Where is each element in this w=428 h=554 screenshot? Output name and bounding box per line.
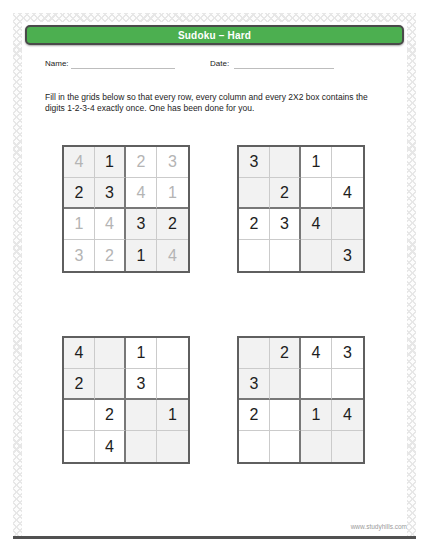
sudoku-cell-puzzle3-r2c2 xyxy=(95,369,126,400)
sudoku-cell-example-r3c1: 1 xyxy=(64,209,95,240)
worksheet-sheet-frame: Sudoku – Hard Name: Date: Fill in the gr… xyxy=(13,13,416,539)
sudoku-cell-example-r2c1: 2 xyxy=(64,178,95,209)
sudoku-cell-example-r4c4: 4 xyxy=(157,240,188,271)
name-label: Name: xyxy=(45,59,69,68)
sudoku-cell-puzzle4-r4c3 xyxy=(301,431,332,462)
sudoku-cell-puzzle2-r2c1 xyxy=(239,178,270,209)
sudoku-cell-example-r3c2: 4 xyxy=(95,209,126,240)
sudoku-cell-puzzle3-r1c2 xyxy=(95,338,126,369)
date-label: Date: xyxy=(210,59,229,68)
sudoku-cell-puzzle3-r3c3 xyxy=(126,400,157,431)
sudoku-cell-puzzle2-r4c4: 3 xyxy=(332,240,363,271)
sudoku-cell-puzzle2-r1c3: 1 xyxy=(301,147,332,178)
sudoku-cell-puzzle4-r3c1: 2 xyxy=(239,400,270,431)
instructions-line1: Fill in the grids below so that every ro… xyxy=(45,92,393,103)
sudoku-cell-example-r2c4: 1 xyxy=(157,178,188,209)
sudoku-cell-puzzle3-r1c1: 4 xyxy=(64,338,95,369)
sudoku-cell-puzzle4-r1c1 xyxy=(239,338,270,369)
sudoku-cell-puzzle3-r4c2: 4 xyxy=(95,431,126,462)
sudoku-cell-puzzle3-r4c3 xyxy=(126,431,157,462)
worksheet-page: Sudoku – Hard Name: Date: Fill in the gr… xyxy=(22,22,407,536)
sudoku-cell-example-r1c2: 1 xyxy=(95,147,126,178)
sudoku-cell-puzzle2-r4c2 xyxy=(270,240,301,271)
sudoku-cell-puzzle2-r2c2: 2 xyxy=(270,178,301,209)
sudoku-cell-puzzle2-r4c3 xyxy=(301,240,332,271)
sudoku-cell-puzzle2-r1c4 xyxy=(332,147,363,178)
sudoku-cell-puzzle3-r2c4 xyxy=(157,369,188,400)
page-title: Sudoku – Hard xyxy=(178,30,251,41)
sudoku-cell-puzzle2-r2c3 xyxy=(301,178,332,209)
sudoku-cell-puzzle3-r4c1 xyxy=(64,431,95,462)
sudoku-cell-example-r3c4: 2 xyxy=(157,209,188,240)
sudoku-cell-puzzle2-r1c1: 3 xyxy=(239,147,270,178)
sudoku-cell-puzzle2-r3c1: 2 xyxy=(239,209,270,240)
sudoku-cell-puzzle4-r1c2: 2 xyxy=(270,338,301,369)
instructions-text: Fill in the grids below so that every ro… xyxy=(45,92,393,114)
sudoku-cell-example-r1c1: 4 xyxy=(64,147,95,178)
sudoku-cell-puzzle3-r1c4 xyxy=(157,338,188,369)
sudoku-cell-example-r4c3: 1 xyxy=(126,240,157,271)
sudoku-cell-example-r4c2: 2 xyxy=(95,240,126,271)
sudoku-cell-example-r2c2: 3 xyxy=(95,178,126,209)
sudoku-cell-example-r4c1: 3 xyxy=(64,240,95,271)
sudoku-cell-puzzle3-r3c2: 2 xyxy=(95,400,126,431)
sudoku-cell-puzzle4-r3c4: 4 xyxy=(332,400,363,431)
sudoku-cell-puzzle3-r3c4: 1 xyxy=(157,400,188,431)
sudoku-cell-puzzle4-r2c2 xyxy=(270,369,301,400)
website-footer: www.studyhills.com xyxy=(351,523,407,530)
sudoku-cell-puzzle4-r1c3: 4 xyxy=(301,338,332,369)
sudoku-cell-puzzle2-r1c2 xyxy=(270,147,301,178)
sudoku-cell-puzzle4-r2c4 xyxy=(332,369,363,400)
page-bottom-bar xyxy=(13,536,416,539)
sudoku-cell-puzzle3-r4c4 xyxy=(157,431,188,462)
sudoku-cell-puzzle2-r3c3: 4 xyxy=(301,209,332,240)
title-banner: Sudoku – Hard xyxy=(25,25,404,45)
sudoku-cell-puzzle4-r3c2 xyxy=(270,400,301,431)
sudoku-grid-puzzle3: 4123214 xyxy=(62,336,190,464)
sudoku-grid-puzzle2: 31242343 xyxy=(237,145,365,273)
sudoku-cell-puzzle4-r3c3: 1 xyxy=(301,400,332,431)
sudoku-cell-puzzle4-r1c4: 3 xyxy=(332,338,363,369)
instructions-line2: digits 1-2-3-4 exactly once. One has bee… xyxy=(45,103,393,114)
sudoku-cell-puzzle2-r3c4 xyxy=(332,209,363,240)
name-blank-line xyxy=(71,58,175,69)
sudoku-cell-puzzle4-r2c3 xyxy=(301,369,332,400)
sudoku-cell-example-r1c4: 3 xyxy=(157,147,188,178)
sudoku-cell-puzzle2-r2c4: 4 xyxy=(332,178,363,209)
sudoku-grid-puzzle4: 2433214 xyxy=(237,336,365,464)
sudoku-cell-puzzle4-r4c1 xyxy=(239,431,270,462)
sudoku-cell-example-r2c3: 4 xyxy=(126,178,157,209)
sudoku-cell-puzzle3-r3c1 xyxy=(64,400,95,431)
sudoku-cell-puzzle2-r4c1 xyxy=(239,240,270,271)
sudoku-cell-puzzle3-r1c3: 1 xyxy=(126,338,157,369)
sudoku-cell-puzzle3-r2c3: 3 xyxy=(126,369,157,400)
date-blank-line xyxy=(234,58,334,69)
sudoku-cell-puzzle2-r3c2: 3 xyxy=(270,209,301,240)
sudoku-cell-puzzle4-r4c4 xyxy=(332,431,363,462)
sudoku-cell-puzzle4-r2c1: 3 xyxy=(239,369,270,400)
sudoku-cell-puzzle3-r2c1: 2 xyxy=(64,369,95,400)
sudoku-cell-puzzle4-r4c2 xyxy=(270,431,301,462)
sudoku-cell-example-r1c3: 2 xyxy=(126,147,157,178)
sudoku-grid-example: 4123234114323214 xyxy=(62,145,190,273)
sudoku-cell-example-r3c3: 3 xyxy=(126,209,157,240)
